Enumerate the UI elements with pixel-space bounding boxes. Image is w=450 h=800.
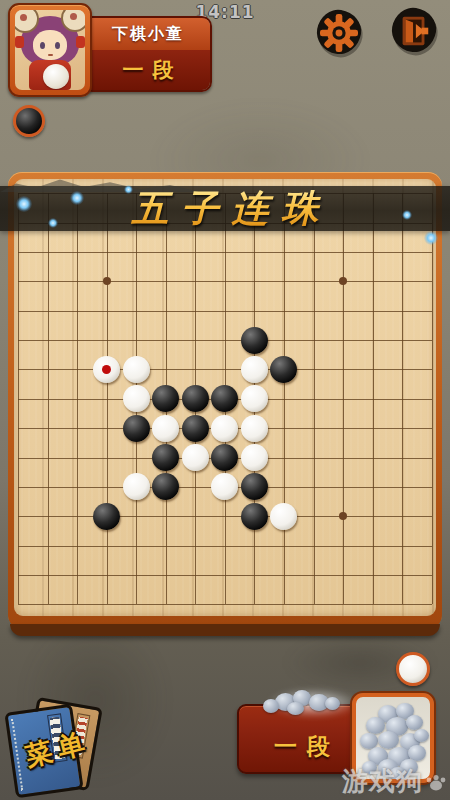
stone-white [241,444,268,471]
opponent-color-indicator-white [396,652,430,686]
grid-line [18,546,432,547]
grid-line [373,193,374,604]
grid-line [284,193,285,604]
stone-white [270,503,297,530]
stone-black [182,385,209,412]
paw-icon [425,772,447,792]
player-avatar [8,3,92,97]
stone-white [93,356,120,383]
stone-pile [325,697,340,710]
stone-black [241,503,268,530]
stone-white [241,385,268,412]
star-point [103,277,111,285]
player-name: 下棋小童 [86,18,210,50]
avatar-stone-bowl [43,64,69,89]
stone-white [182,444,209,471]
last-move-marker [102,365,111,374]
star-point [339,277,347,285]
stone-white [241,415,268,442]
avatar-face [33,30,67,60]
board[interactable] [14,179,436,616]
watermark-text: 游戏狗 [342,764,423,799]
stone-white [123,385,150,412]
stone-white [123,473,150,500]
tray-stone [414,729,429,742]
stone-black [123,415,150,442]
game-title: 五子连珠 [119,184,332,234]
stone-white [211,473,238,500]
title-banner: 五子连珠 [0,186,450,231]
avatar-ribbon [15,36,24,48]
exit-button[interactable] [387,4,441,58]
player-rank: 一段 [86,50,210,90]
stone-black [152,385,179,412]
stone-black [211,444,238,471]
watermark: 游戏狗 [342,764,447,799]
stone-black [152,473,179,500]
grid-line [18,604,432,605]
player-color-indicator-black [13,105,45,137]
opponent-rank: 一段 [239,731,365,762]
grid-line [18,516,432,517]
game-screen: 14:11 下棋小童 一段 [0,0,450,800]
stone-black [152,444,179,471]
stone-black [241,473,268,500]
grid-line [432,193,433,604]
board-frame [8,172,442,629]
stone-black [182,415,209,442]
gear-icon [320,14,358,52]
stone-white [241,356,268,383]
player-name-plate: 下棋小童 一段 [84,16,212,92]
avatar-illustration [15,10,85,90]
stone-pile [287,702,304,715]
grid-line [18,575,432,576]
tray-stone [406,715,423,730]
stone-black [211,385,238,412]
stone-black [270,356,297,383]
menu-button[interactable]: 菜单 [6,698,104,794]
stone-white [123,356,150,383]
stone-pile [263,699,279,713]
settings-button[interactable] [312,6,366,60]
door-exit-icon [395,12,433,50]
star-point [339,512,347,520]
stone-black [241,327,268,354]
grid-line [402,193,403,604]
avatar-ribbon [76,36,85,48]
grid-line [314,193,315,604]
stone-white [211,415,238,442]
stone-black [93,503,120,530]
grid-line [343,193,344,604]
stone-white [152,415,179,442]
